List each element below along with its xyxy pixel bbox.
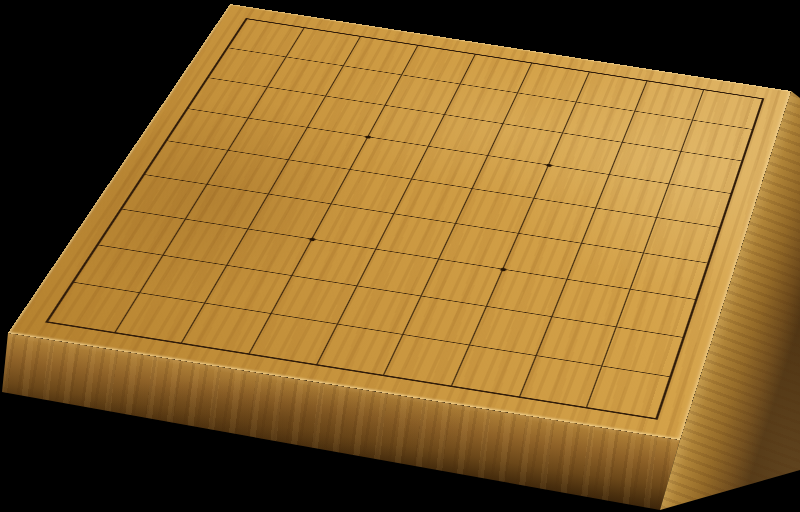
board-cell bbox=[588, 366, 670, 418]
photo-scene bbox=[0, 0, 800, 512]
